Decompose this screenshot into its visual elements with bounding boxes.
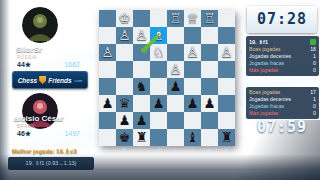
stat-value: 0 (313, 110, 316, 117)
square-a4[interactable] (99, 61, 116, 78)
piece-white-d2[interactable]: ♗ (150, 27, 167, 44)
stat-label: Jogadas fracas (249, 103, 284, 110)
piece-black-f8[interactable]: ♝ (184, 129, 201, 146)
stat-label: Boas jogadas (249, 46, 280, 53)
stat-value: 18 (310, 46, 316, 53)
square-c1[interactable] (133, 10, 150, 27)
shield-icon (39, 76, 46, 84)
piece-white-f3[interactable]: ♙ (184, 44, 201, 61)
square-e6[interactable] (167, 95, 184, 112)
piece-black-g6[interactable]: ♟ (201, 95, 218, 112)
square-h4[interactable] (218, 61, 235, 78)
square-b3[interactable] (116, 44, 133, 61)
top-player-clock: 07:28 (247, 6, 317, 33)
piece-white-b1[interactable]: ♔ (116, 10, 133, 27)
stat-value: 17 (310, 89, 316, 96)
bottom-player-stars: 46★ (17, 130, 31, 138)
move-quality-badge (310, 39, 316, 45)
square-g3[interactable] (201, 44, 218, 61)
piece-black-a6[interactable]: ♟ (99, 95, 116, 112)
piece-black-e5[interactable]: ♟ (167, 78, 184, 95)
square-b4[interactable] (116, 61, 133, 78)
avatar-top-player[interactable] (22, 7, 58, 43)
square-a2[interactable] (99, 27, 116, 44)
stat-value: 0 (313, 103, 316, 110)
top-player-rating: 1662 (48, 61, 80, 68)
bottom-player-clock: 07:59 (247, 118, 317, 136)
square-b5[interactable] (116, 78, 133, 95)
stat-label: Más jogadas (249, 110, 278, 117)
square-d5[interactable] (150, 78, 167, 95)
bottom-player-rating: 1497 (48, 130, 80, 137)
square-e2[interactable] (167, 27, 184, 44)
square-d8[interactable] (150, 129, 167, 146)
square-h2[interactable] (218, 27, 235, 44)
square-h1[interactable] (218, 10, 235, 27)
square-e8[interactable] (167, 129, 184, 146)
piece-white-e4[interactable]: ♙ (167, 61, 184, 78)
square-c4[interactable] (133, 61, 150, 78)
bottom-player-stats-panel: Boas jogadas17 Jogadas decentes1 Jogadas… (246, 87, 319, 119)
stat-label: Jogadas decentes (249, 53, 291, 60)
top-player-name: SilorSr (16, 45, 42, 54)
piece-black-d6[interactable]: ♟ (150, 95, 167, 112)
square-g5[interactable] (201, 78, 218, 95)
square-e3[interactable] (167, 44, 184, 61)
square-d4[interactable] (150, 61, 167, 78)
logo-text-right: Friends (48, 77, 71, 84)
square-h5[interactable] (218, 78, 235, 95)
piece-white-a3[interactable]: ♙ (99, 44, 116, 61)
square-f7[interactable] (184, 112, 201, 129)
square-a5[interactable] (99, 78, 116, 95)
top-player-stars: 44★ (17, 61, 31, 69)
piece-white-e1[interactable]: ♖ (167, 10, 184, 27)
piece-black-b7[interactable]: ♟ (116, 112, 133, 129)
file-labels: abcdefgh (99, 146, 235, 154)
square-h7[interactable] (218, 112, 235, 129)
stat-value: 1 (313, 53, 316, 60)
played-move-eval: 19. ♗f1 (0.93→1.13) (8, 157, 94, 170)
move-played-header: 19. ♗f1 (249, 39, 268, 45)
stat-value: 0 (313, 67, 316, 74)
background-shade (0, 0, 10, 180)
square-g8[interactable] (201, 129, 218, 146)
square-a8[interactable] (99, 129, 116, 146)
square-f2[interactable] (184, 27, 201, 44)
bottom-player-country: BRASIL (17, 124, 36, 129)
top-player-country: RÚSSIA (17, 55, 37, 60)
stat-label: Más jogadas (249, 67, 278, 74)
chessfriends-logo[interactable]: Chess Friends .com (12, 71, 88, 89)
piece-white-f1[interactable]: ♕ (184, 10, 201, 27)
game-analysis-screen: { "game": "chess", "position": { "fen": … (0, 0, 320, 180)
piece-black-h8[interactable]: ♜ (218, 129, 235, 146)
square-a1[interactable] (99, 10, 116, 27)
rank-labels: 12345678 (237, 10, 244, 146)
piece-white-b2[interactable]: ♙ (116, 27, 133, 44)
piece-white-c2[interactable]: ♙ (133, 27, 150, 44)
piece-black-b8[interactable]: ♚ (116, 129, 133, 146)
square-g7[interactable] (201, 112, 218, 129)
stat-value: 1 (313, 96, 316, 103)
square-e7[interactable] (167, 112, 184, 129)
square-d1[interactable] (150, 10, 167, 27)
square-c6[interactable] (133, 95, 150, 112)
piece-black-f6[interactable]: ♟ (184, 95, 201, 112)
piece-white-d3[interactable]: ♘ (150, 44, 167, 61)
square-g4[interactable] (201, 61, 218, 78)
logo-suffix: .com (74, 78, 83, 83)
piece-white-h3[interactable]: ♙ (218, 44, 235, 61)
piece-black-b6[interactable]: ♛ (116, 95, 133, 112)
piece-black-c8[interactable]: ♜ (133, 129, 150, 146)
square-h6[interactable] (218, 95, 235, 112)
piece-black-c7[interactable]: ♟ (133, 112, 150, 129)
square-f4[interactable] (184, 61, 201, 78)
top-player-stats-panel: 19. ♗f1 Boas jogadas18 Jogadas decentes1… (246, 36, 319, 76)
stat-label: Jogadas fracas (249, 60, 284, 67)
square-d7[interactable] (150, 112, 167, 129)
square-c3[interactable] (133, 44, 150, 61)
square-f5[interactable] (184, 78, 201, 95)
stat-label: Boas jogadas (249, 89, 280, 96)
stat-value: 0 (313, 60, 316, 67)
square-a7[interactable] (99, 112, 116, 129)
piece-white-g1[interactable]: ♖ (201, 10, 218, 27)
logo-text-left: Chess (18, 77, 38, 84)
stat-label: Jogadas decentes (249, 96, 291, 103)
square-g2[interactable] (201, 27, 218, 44)
chess-board[interactable]: ♔♖♕♖♙♙♗♙♘♙♙♙♞♟♟♛♟♟♟♟♟♚♜♝♜ (99, 10, 235, 146)
piece-black-c5[interactable]: ♞ (133, 78, 150, 95)
bottom-player-name: aloisio César (14, 114, 64, 123)
best-move-label: Melhor jogada: 19.♗c3 (12, 147, 77, 154)
